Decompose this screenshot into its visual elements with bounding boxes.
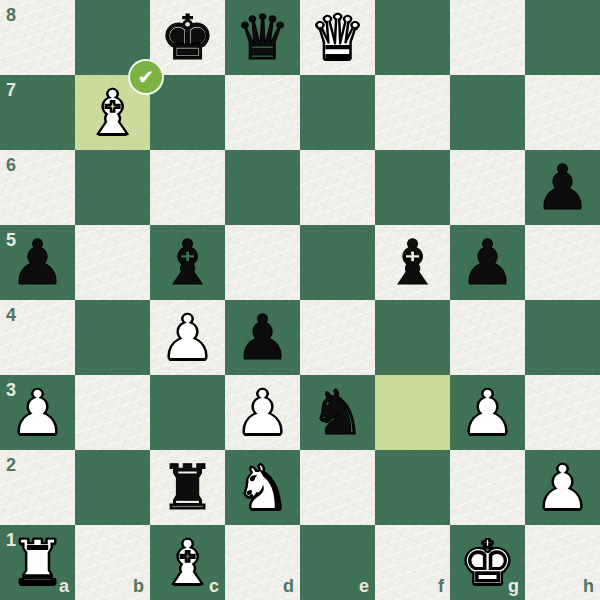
square-f8[interactable] [375,0,450,75]
square-e5[interactable] [300,225,375,300]
square-d3[interactable]: ♟ [225,375,300,450]
square-f6[interactable] [375,150,450,225]
square-a1[interactable]: 1a♜ [0,525,75,600]
piece-black-pawn-a5[interactable]: ♟ [0,225,75,300]
square-d1[interactable]: d [225,525,300,600]
square-d6[interactable] [225,150,300,225]
square-g6[interactable] [450,150,525,225]
piece-black-knight-e3[interactable]: ♞ [300,375,375,450]
square-c8[interactable]: ♚ [150,0,225,75]
square-e8[interactable]: ♛ [300,0,375,75]
piece-white-pawn-h2[interactable]: ♟ [525,450,600,525]
square-g7[interactable] [450,75,525,150]
square-h1[interactable]: h [525,525,600,600]
square-a5[interactable]: 5♟ [0,225,75,300]
square-f3[interactable] [375,375,450,450]
square-e6[interactable] [300,150,375,225]
square-g5[interactable]: ♟ [450,225,525,300]
square-c4[interactable]: ♟ [150,300,225,375]
file-label-d: d [283,577,294,595]
file-label-e: e [359,577,369,595]
file-label-h: h [583,577,594,595]
square-b5[interactable] [75,225,150,300]
square-a7[interactable]: 7 [0,75,75,150]
square-e3[interactable]: ♞ [300,375,375,450]
square-f1[interactable]: f [375,525,450,600]
square-b1[interactable]: b [75,525,150,600]
correct-move-checkmark-badge: ✔ [128,59,164,95]
piece-black-bishop-f5[interactable]: ♝ [375,225,450,300]
square-d7[interactable] [225,75,300,150]
square-a6[interactable]: 6 [0,150,75,225]
square-f4[interactable] [375,300,450,375]
piece-black-pawn-d4[interactable]: ♟ [225,300,300,375]
square-h5[interactable] [525,225,600,300]
rank-label-6: 6 [6,156,16,174]
square-h2[interactable]: ♟ [525,450,600,525]
file-label-f: f [438,577,444,595]
rank-label-7: 7 [6,81,16,99]
chess-board: 8♚♛♛7♝6♟5♟♝♝♟4♟♟3♟♟♞♟2♜♞♟1a♜bc♝defg♚h [0,0,600,600]
piece-white-pawn-c4[interactable]: ♟ [150,300,225,375]
square-f2[interactable] [375,450,450,525]
square-c1[interactable]: c♝ [150,525,225,600]
piece-white-knight-d2[interactable]: ♞ [225,450,300,525]
square-e7[interactable] [300,75,375,150]
piece-black-pawn-h6[interactable]: ♟ [525,150,600,225]
square-h7[interactable] [525,75,600,150]
piece-white-bishop-c1[interactable]: ♝ [150,525,225,600]
checkmark-icon: ✔ [138,67,155,87]
piece-black-rook-c2[interactable]: ♜ [150,450,225,525]
square-e4[interactable] [300,300,375,375]
square-a3[interactable]: 3♟ [0,375,75,450]
square-c2[interactable]: ♜ [150,450,225,525]
square-h3[interactable] [525,375,600,450]
piece-white-pawn-a3[interactable]: ♟ [0,375,75,450]
square-f7[interactable] [375,75,450,150]
piece-black-king-c8[interactable]: ♚ [150,0,225,75]
square-g8[interactable] [450,0,525,75]
rank-label-2: 2 [6,456,16,474]
file-label-b: b [133,577,144,595]
square-g3[interactable]: ♟ [450,375,525,450]
piece-white-pawn-g3[interactable]: ♟ [450,375,525,450]
square-b3[interactable] [75,375,150,450]
square-d5[interactable] [225,225,300,300]
square-b6[interactable] [75,150,150,225]
square-g4[interactable] [450,300,525,375]
square-a4[interactable]: 4 [0,300,75,375]
square-d8[interactable]: ♛ [225,0,300,75]
piece-black-queen-d8[interactable]: ♛ [225,0,300,75]
rank-label-8: 8 [6,6,16,24]
piece-black-pawn-g5[interactable]: ♟ [450,225,525,300]
square-b4[interactable] [75,300,150,375]
piece-white-rook-a1[interactable]: ♜ [0,525,75,600]
square-e2[interactable] [300,450,375,525]
square-b2[interactable] [75,450,150,525]
square-g1[interactable]: g♚ [450,525,525,600]
square-h8[interactable] [525,0,600,75]
piece-white-pawn-d3[interactable]: ♟ [225,375,300,450]
chess-board-screen: 8♚♛♛7♝6♟5♟♝♝♟4♟♟3♟♟♞♟2♜♞♟1a♜bc♝defg♚h ✔ [0,0,600,600]
piece-white-king-g1[interactable]: ♚ [450,525,525,600]
square-h4[interactable] [525,300,600,375]
square-f5[interactable]: ♝ [375,225,450,300]
square-g2[interactable] [450,450,525,525]
square-e1[interactable]: e [300,525,375,600]
square-c5[interactable]: ♝ [150,225,225,300]
square-c6[interactable] [150,150,225,225]
piece-black-bishop-c5[interactable]: ♝ [150,225,225,300]
square-d2[interactable]: ♞ [225,450,300,525]
square-h6[interactable]: ♟ [525,150,600,225]
square-a8[interactable]: 8 [0,0,75,75]
rank-label-4: 4 [6,306,16,324]
square-d4[interactable]: ♟ [225,300,300,375]
square-a2[interactable]: 2 [0,450,75,525]
square-c3[interactable] [150,375,225,450]
piece-white-queen-e8[interactable]: ♛ [300,0,375,75]
